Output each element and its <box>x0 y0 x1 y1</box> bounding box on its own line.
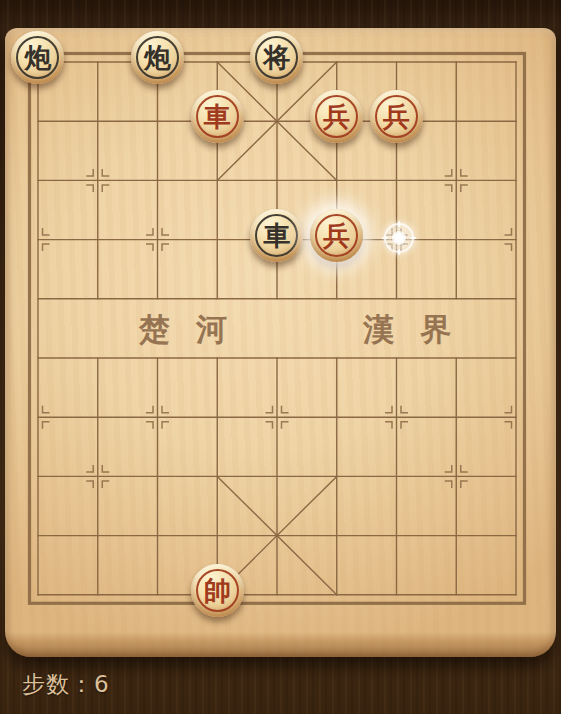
piece-glyph: 炮 <box>24 44 51 71</box>
piece-red-general[interactable]: 帥 <box>191 564 244 617</box>
piece-red-chariot[interactable]: 車 <box>191 90 244 143</box>
piece-glyph: 車 <box>263 222 290 249</box>
piece-black-cannon[interactable]: 炮 <box>11 31 64 84</box>
piece-glyph: 車 <box>204 103 231 130</box>
piece-layer: 炮炮将車兵兵車兵帥 <box>8 32 546 624</box>
piece-black-cannon[interactable]: 炮 <box>131 31 184 84</box>
piece-glyph: 兵 <box>323 103 350 130</box>
piece-glyph: 炮 <box>144 44 171 71</box>
step-counter: 步数：6 <box>22 669 110 700</box>
piece-glyph: 兵 <box>383 103 410 130</box>
piece-black-chariot[interactable]: 車 <box>250 209 303 262</box>
piece-red-soldier[interactable]: 兵 <box>310 209 363 262</box>
piece-glyph: 帥 <box>204 577 231 604</box>
piece-glyph: 兵 <box>323 222 350 249</box>
step-counter-label: 步数： <box>22 671 94 697</box>
piece-red-soldier[interactable]: 兵 <box>370 90 423 143</box>
piece-black-general[interactable]: 将 <box>250 31 303 84</box>
piece-red-soldier[interactable]: 兵 <box>310 90 363 143</box>
piece-glyph: 将 <box>263 44 290 71</box>
step-counter-value: 6 <box>94 671 110 697</box>
